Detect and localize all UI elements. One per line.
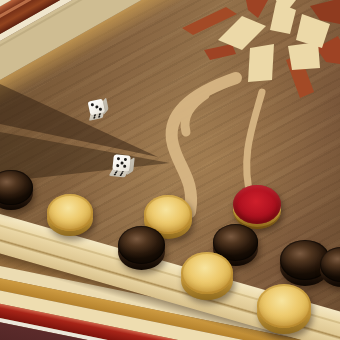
checker-butterscotch	[181, 252, 233, 300]
die-pip	[98, 107, 102, 111]
checker-dark	[118, 226, 165, 269]
checker-red-felt	[233, 185, 281, 229]
checker-dark	[0, 170, 33, 210]
checker-butterscotch	[257, 284, 311, 334]
die-pip	[123, 158, 126, 161]
checker-dark	[320, 247, 340, 287]
checker-butterscotch	[47, 194, 93, 236]
die-pip	[115, 164, 118, 167]
board-point-wedges	[0, 84, 170, 182]
die-pip	[116, 157, 119, 160]
die-pip	[118, 173, 121, 175]
die	[112, 154, 131, 173]
die-pip	[90, 102, 94, 106]
checker-top	[233, 185, 281, 224]
die-pip	[119, 161, 122, 164]
die	[87, 98, 105, 116]
die-top-face	[112, 154, 131, 172]
checker-top	[118, 226, 165, 264]
die-top-face	[87, 98, 105, 115]
checker-top	[257, 284, 311, 328]
die-pip	[92, 117, 94, 120]
inlay-cream-diamonds	[218, 0, 330, 82]
die-pip	[113, 173, 116, 175]
checker-top	[47, 194, 93, 231]
checker-top	[181, 252, 233, 294]
die-pip	[94, 105, 98, 109]
backgammon-photo	[0, 0, 340, 340]
die-pip	[97, 116, 99, 119]
die-pip	[123, 165, 126, 168]
